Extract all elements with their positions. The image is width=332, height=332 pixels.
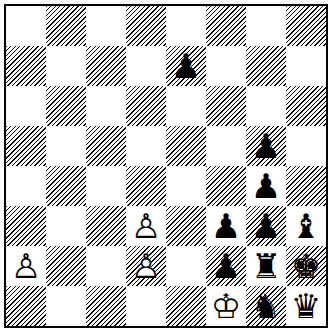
black-pawn-piece: ♟: [206, 206, 246, 246]
black-queen-piece: ♛: [286, 286, 326, 326]
square-g6[interactable]: [246, 86, 286, 126]
square-e5[interactable]: [166, 126, 206, 166]
black-pawn-piece: ♟: [246, 206, 286, 246]
square-c8[interactable]: [86, 6, 126, 46]
square-a2[interactable]: ♟♙: [6, 246, 46, 286]
square-d8[interactable]: [126, 6, 166, 46]
black-pawn-piece: ♟: [166, 46, 206, 86]
square-c7[interactable]: [86, 46, 126, 86]
black-pawn-piece: ♟: [206, 246, 246, 286]
square-f1[interactable]: ♚♔: [206, 286, 246, 326]
black-rook-icon: ♜: [246, 246, 286, 286]
square-f8[interactable]: [206, 6, 246, 46]
black-pawn-icon: ♟: [246, 206, 286, 246]
square-c2[interactable]: [86, 246, 126, 286]
square-c3[interactable]: [86, 206, 126, 246]
square-a1[interactable]: [6, 286, 46, 326]
square-b6[interactable]: [46, 86, 86, 126]
black-queen-icon: ♛: [286, 286, 326, 326]
square-f6[interactable]: [206, 86, 246, 126]
white-pawn-piece: ♟♙: [6, 246, 46, 286]
square-c6[interactable]: [86, 86, 126, 126]
black-bishop-piece: ♝: [286, 206, 326, 246]
black-king-piece: ♚: [286, 246, 326, 286]
square-g3[interactable]: ♟: [246, 206, 286, 246]
black-knight-icon: ♞: [246, 286, 286, 326]
square-e4[interactable]: [166, 166, 206, 206]
square-d2[interactable]: ♟♙: [126, 246, 166, 286]
square-b4[interactable]: [46, 166, 86, 206]
square-a6[interactable]: [6, 86, 46, 126]
chess-board: ♟♟♟♟♙♟♟♝♟♙♟♙♟♜♚♚♔♞♛: [4, 4, 328, 328]
square-c4[interactable]: [86, 166, 126, 206]
square-c5[interactable]: [86, 126, 126, 166]
square-e1[interactable]: [166, 286, 206, 326]
square-d1[interactable]: [126, 286, 166, 326]
black-pawn-icon: ♟: [166, 46, 206, 86]
square-d7[interactable]: [126, 46, 166, 86]
white-king-piece: ♚♔: [206, 286, 246, 326]
square-a4[interactable]: [6, 166, 46, 206]
square-h5[interactable]: [286, 126, 326, 166]
square-b8[interactable]: [46, 6, 86, 46]
square-e3[interactable]: [166, 206, 206, 246]
black-pawn-piece: ♟: [246, 126, 286, 166]
square-d3[interactable]: ♟♙: [126, 206, 166, 246]
square-b2[interactable]: [46, 246, 86, 286]
square-a5[interactable]: [6, 126, 46, 166]
square-d5[interactable]: [126, 126, 166, 166]
square-g8[interactable]: [246, 6, 286, 46]
square-h3[interactable]: ♝: [286, 206, 326, 246]
black-king-icon: ♚: [286, 246, 326, 286]
square-f2[interactable]: ♟: [206, 246, 246, 286]
white-pawn-piece: ♟♙: [126, 246, 166, 286]
square-g2[interactable]: ♜: [246, 246, 286, 286]
square-g1[interactable]: ♞: [246, 286, 286, 326]
black-knight-piece: ♞: [246, 286, 286, 326]
square-e7[interactable]: ♟: [166, 46, 206, 86]
black-pawn-icon: ♟: [206, 246, 246, 286]
square-h2[interactable]: ♚: [286, 246, 326, 286]
square-b5[interactable]: [46, 126, 86, 166]
square-h4[interactable]: [286, 166, 326, 206]
square-a3[interactable]: [6, 206, 46, 246]
square-a8[interactable]: [6, 6, 46, 46]
white-pawn-icon: ♙: [126, 246, 166, 286]
square-e6[interactable]: [166, 86, 206, 126]
square-d6[interactable]: [126, 86, 166, 126]
black-rook-piece: ♜: [246, 246, 286, 286]
square-g5[interactable]: ♟: [246, 126, 286, 166]
square-e8[interactable]: [166, 6, 206, 46]
square-f5[interactable]: [206, 126, 246, 166]
square-h6[interactable]: [286, 86, 326, 126]
square-e2[interactable]: [166, 246, 206, 286]
square-h8[interactable]: [286, 6, 326, 46]
white-pawn-piece: ♟♙: [126, 206, 166, 246]
square-g4[interactable]: ♟: [246, 166, 286, 206]
square-c1[interactable]: [86, 286, 126, 326]
square-f4[interactable]: [206, 166, 246, 206]
square-d4[interactable]: [126, 166, 166, 206]
black-pawn-icon: ♟: [246, 166, 286, 206]
square-b3[interactable]: [46, 206, 86, 246]
chess-diagram: ♟♟♟♟♙♟♟♝♟♙♟♙♟♜♚♚♔♞♛: [0, 0, 332, 332]
black-bishop-icon: ♝: [286, 206, 326, 246]
square-g7[interactable]: [246, 46, 286, 86]
black-pawn-piece: ♟: [246, 166, 286, 206]
white-pawn-icon: ♙: [6, 246, 46, 286]
white-king-icon: ♔: [206, 286, 246, 326]
square-a7[interactable]: [6, 46, 46, 86]
white-pawn-icon: ♙: [126, 206, 166, 246]
square-h1[interactable]: ♛: [286, 286, 326, 326]
square-b1[interactable]: [46, 286, 86, 326]
square-b7[interactable]: [46, 46, 86, 86]
square-f7[interactable]: [206, 46, 246, 86]
black-pawn-icon: ♟: [206, 206, 246, 246]
square-h7[interactable]: [286, 46, 326, 86]
black-pawn-icon: ♟: [246, 126, 286, 166]
square-f3[interactable]: ♟: [206, 206, 246, 246]
